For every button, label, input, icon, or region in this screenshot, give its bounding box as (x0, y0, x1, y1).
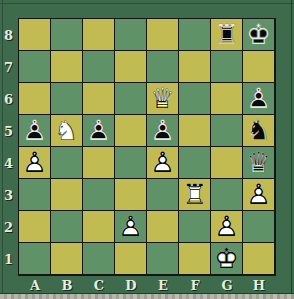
square-e8[interactable] (147, 19, 179, 51)
black-pawn-glyph-outline: ♙ (147, 115, 178, 146)
square-a2[interactable] (19, 211, 51, 243)
square-e3[interactable] (147, 179, 179, 211)
square-e5[interactable]: ♟♙ (147, 115, 179, 147)
white-pawn-glyph-fill: ♟ (115, 211, 146, 242)
white-pawn-glyph-fill: ♟ (243, 179, 274, 210)
square-f4[interactable] (179, 147, 211, 179)
chess-board[interactable]: ♜♖♚♔♛♕♟♙♟♙♞♘♟♙♟♙♞♘♟♙♟♙♛♕♜♖♟♙♟♙♟♙♚♔ (18, 18, 276, 276)
file-label-f: F (179, 277, 211, 294)
frame-line-top (0, 3, 294, 4)
piece-black-rook[interactable]: ♜♖ (211, 19, 242, 50)
square-c2[interactable] (83, 211, 115, 243)
piece-black-pawn[interactable]: ♟♙ (243, 83, 274, 114)
black-pawn-glyph-fill: ♟ (83, 115, 114, 146)
square-f1[interactable] (179, 243, 211, 275)
black-pawn-glyph-outline: ♙ (243, 83, 274, 114)
square-g1[interactable]: ♚♔ (211, 243, 243, 275)
white-knight-glyph-fill: ♞ (51, 115, 82, 146)
square-a3[interactable] (19, 179, 51, 211)
white-rook-glyph-fill: ♜ (179, 179, 210, 210)
square-h6[interactable]: ♟♙ (243, 83, 275, 115)
square-a5[interactable]: ♟♙ (19, 115, 51, 147)
square-b8[interactable] (51, 19, 83, 51)
file-label-b: B (51, 277, 83, 294)
black-rook-glyph-outline: ♖ (211, 19, 242, 50)
square-g6[interactable] (211, 83, 243, 115)
white-pawn-glyph-outline: ♙ (147, 147, 178, 178)
chess-diagram: ♜♖♚♔♛♕♟♙♟♙♞♘♟♙♟♙♞♘♟♙♟♙♛♕♜♖♟♙♟♙♟♙♚♔ 87654… (0, 0, 294, 299)
piece-black-knight[interactable]: ♞♘ (243, 115, 274, 146)
square-c4[interactable] (83, 147, 115, 179)
piece-white-knight[interactable]: ♞♘ (51, 115, 82, 146)
square-e6[interactable]: ♛♕ (147, 83, 179, 115)
square-d5[interactable] (115, 115, 147, 147)
square-g8[interactable]: ♜♖ (211, 19, 243, 51)
square-g3[interactable] (211, 179, 243, 211)
white-pawn-glyph-fill: ♟ (211, 211, 242, 242)
file-label-d: D (115, 277, 147, 294)
square-c7[interactable] (83, 51, 115, 83)
square-h4[interactable]: ♛♕ (243, 147, 275, 179)
black-pawn-glyph-outline: ♙ (83, 115, 114, 146)
square-d7[interactable] (115, 51, 147, 83)
white-pawn-glyph-outline: ♙ (211, 211, 242, 242)
square-g7[interactable] (211, 51, 243, 83)
black-queen-glyph-outline: ♕ (243, 147, 274, 178)
piece-black-king[interactable]: ♚♔ (243, 19, 274, 50)
square-b2[interactable] (51, 211, 83, 243)
black-pawn-glyph-fill: ♟ (243, 83, 274, 114)
square-a6[interactable] (19, 83, 51, 115)
piece-black-queen[interactable]: ♛♕ (243, 147, 274, 178)
white-queen-glyph-fill: ♛ (147, 83, 178, 114)
square-e2[interactable] (147, 211, 179, 243)
black-queen-glyph-fill: ♛ (243, 147, 274, 178)
piece-black-pawn[interactable]: ♟♙ (19, 115, 50, 146)
square-a4[interactable]: ♟♙ (19, 147, 51, 179)
square-c8[interactable] (83, 19, 115, 51)
square-d1[interactable] (115, 243, 147, 275)
white-rook-glyph-outline: ♖ (179, 179, 210, 210)
white-pawn-glyph-outline: ♙ (115, 211, 146, 242)
black-pawn-glyph-outline: ♙ (19, 115, 50, 146)
square-b4[interactable] (51, 147, 83, 179)
rank-label-6: 6 (0, 83, 17, 115)
black-rook-glyph-fill: ♜ (211, 19, 242, 50)
piece-white-queen[interactable]: ♛♕ (147, 83, 178, 114)
square-d8[interactable] (115, 19, 147, 51)
square-h3[interactable]: ♟♙ (243, 179, 275, 211)
square-b5[interactable]: ♞♘ (51, 115, 83, 147)
square-g2[interactable]: ♟♙ (211, 211, 243, 243)
white-pawn-glyph-fill: ♟ (19, 147, 50, 178)
square-c3[interactable] (83, 179, 115, 211)
square-d3[interactable] (115, 179, 147, 211)
piece-white-pawn[interactable]: ♟♙ (211, 211, 242, 242)
file-label-e: E (147, 277, 179, 294)
square-f7[interactable] (179, 51, 211, 83)
file-label-c: C (83, 277, 115, 294)
piece-white-king[interactable]: ♚♔ (211, 243, 242, 274)
square-g5[interactable] (211, 115, 243, 147)
square-a8[interactable] (19, 19, 51, 51)
white-pawn-glyph-outline: ♙ (19, 147, 50, 178)
square-e7[interactable] (147, 51, 179, 83)
black-king-glyph-outline: ♔ (243, 19, 274, 50)
rank-label-4: 4 (0, 147, 17, 179)
rank-label-2: 2 (0, 211, 17, 243)
black-king-glyph-fill: ♚ (243, 19, 274, 50)
square-e4[interactable]: ♟♙ (147, 147, 179, 179)
square-h2[interactable] (243, 211, 275, 243)
rank-label-5: 5 (0, 115, 17, 147)
black-knight-glyph-fill: ♞ (243, 115, 274, 146)
square-h1[interactable] (243, 243, 275, 275)
piece-white-pawn[interactable]: ♟♙ (19, 147, 50, 178)
square-c6[interactable] (83, 83, 115, 115)
white-pawn-glyph-outline: ♙ (243, 179, 274, 210)
rank-label-8: 8 (0, 19, 17, 51)
square-d4[interactable] (115, 147, 147, 179)
white-king-glyph-outline: ♔ (211, 243, 242, 274)
square-h5[interactable]: ♞♘ (243, 115, 275, 147)
rank-label-7: 7 (0, 51, 17, 83)
square-c5[interactable]: ♟♙ (83, 115, 115, 147)
square-b3[interactable] (51, 179, 83, 211)
file-label-a: A (19, 277, 51, 294)
square-e1[interactable] (147, 243, 179, 275)
square-c1[interactable] (83, 243, 115, 275)
white-queen-glyph-outline: ♕ (147, 83, 178, 114)
white-king-glyph-fill: ♚ (211, 243, 242, 274)
piece-white-pawn[interactable]: ♟♙ (243, 179, 274, 210)
square-f3[interactable]: ♜♖ (179, 179, 211, 211)
square-d6[interactable] (115, 83, 147, 115)
square-a7[interactable] (19, 51, 51, 83)
square-g4[interactable] (211, 147, 243, 179)
rank-label-1: 1 (0, 243, 17, 275)
square-f5[interactable] (179, 115, 211, 147)
square-a1[interactable] (19, 243, 51, 275)
square-f2[interactable] (179, 211, 211, 243)
square-h7[interactable] (243, 51, 275, 83)
piece-white-rook[interactable]: ♜♖ (179, 179, 210, 210)
rank-label-3: 3 (0, 179, 17, 211)
piece-white-pawn[interactable]: ♟♙ (147, 147, 178, 178)
bottom-window-strip (0, 294, 294, 299)
square-d2[interactable]: ♟♙ (115, 211, 147, 243)
black-knight-glyph-outline: ♘ (243, 115, 274, 146)
piece-black-pawn[interactable]: ♟♙ (147, 115, 178, 146)
square-f6[interactable] (179, 83, 211, 115)
white-pawn-glyph-fill: ♟ (147, 147, 178, 178)
square-b6[interactable] (51, 83, 83, 115)
piece-white-pawn[interactable]: ♟♙ (115, 211, 146, 242)
file-label-h: H (243, 277, 275, 294)
file-label-g: G (211, 277, 243, 294)
black-pawn-glyph-fill: ♟ (147, 115, 178, 146)
square-b7[interactable] (51, 51, 83, 83)
frame-line-right (291, 0, 292, 294)
square-b1[interactable] (51, 243, 83, 275)
square-f8[interactable] (179, 19, 211, 51)
square-h8[interactable]: ♚♔ (243, 19, 275, 51)
black-pawn-glyph-fill: ♟ (19, 115, 50, 146)
piece-black-pawn[interactable]: ♟♙ (83, 115, 114, 146)
white-knight-glyph-outline: ♘ (51, 115, 82, 146)
